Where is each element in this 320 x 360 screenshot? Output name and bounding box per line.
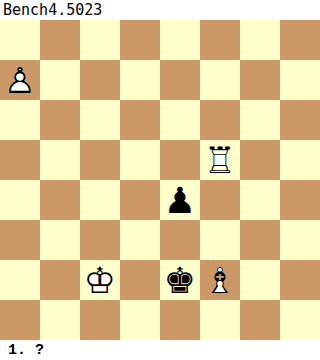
square-b5[interactable]	[40, 140, 80, 180]
square-d2[interactable]	[120, 260, 160, 300]
square-g8[interactable]	[240, 20, 280, 60]
square-b1[interactable]	[40, 300, 80, 340]
square-d7[interactable]	[120, 60, 160, 100]
square-b3[interactable]	[40, 220, 80, 260]
white-bishop-icon: ♗	[200, 260, 240, 300]
square-b2[interactable]	[40, 260, 80, 300]
white-king-icon: ♔	[80, 260, 120, 300]
square-e1[interactable]	[160, 300, 200, 340]
square-g3[interactable]	[240, 220, 280, 260]
square-h7[interactable]	[280, 60, 320, 100]
square-h8[interactable]	[280, 20, 320, 60]
square-c8[interactable]	[80, 20, 120, 60]
square-c6[interactable]	[80, 100, 120, 140]
chess-app-window: Bench4.5023 ♟♙♜♖♟♚♔♚♝♗ 1. ?	[0, 0, 320, 360]
square-c5[interactable]	[80, 140, 120, 180]
square-g4[interactable]	[240, 180, 280, 220]
square-f4[interactable]	[200, 180, 240, 220]
square-d4[interactable]	[120, 180, 160, 220]
square-f6[interactable]	[200, 100, 240, 140]
square-f1[interactable]	[200, 300, 240, 340]
square-f7[interactable]	[200, 60, 240, 100]
square-a7[interactable]: ♟♙	[0, 60, 40, 100]
square-h2[interactable]	[280, 260, 320, 300]
square-a3[interactable]	[0, 220, 40, 260]
square-a5[interactable]	[0, 140, 40, 180]
square-c3[interactable]	[80, 220, 120, 260]
square-d6[interactable]	[120, 100, 160, 140]
square-a1[interactable]	[0, 300, 40, 340]
white-king-icon-fill: ♚	[80, 260, 120, 300]
white-bishop-icon-fill: ♝	[200, 260, 240, 300]
status-bar: 1. ?	[0, 340, 320, 360]
square-g2[interactable]	[240, 260, 280, 300]
square-c7[interactable]	[80, 60, 120, 100]
square-e4[interactable]: ♟	[160, 180, 200, 220]
square-e6[interactable]	[160, 100, 200, 140]
square-e8[interactable]	[160, 20, 200, 60]
square-f2[interactable]: ♝♗	[200, 260, 240, 300]
square-a8[interactable]	[0, 20, 40, 60]
square-h1[interactable]	[280, 300, 320, 340]
position-title: Bench4.5023	[0, 1, 102, 19]
square-b4[interactable]	[40, 180, 80, 220]
square-c1[interactable]	[80, 300, 120, 340]
title-bar: Bench4.5023	[0, 0, 320, 20]
square-d3[interactable]	[120, 220, 160, 260]
square-c4[interactable]	[80, 180, 120, 220]
square-c2[interactable]: ♚♔	[80, 260, 120, 300]
move-prompt: 1. ?	[0, 342, 44, 359]
square-f8[interactable]	[200, 20, 240, 60]
square-e3[interactable]	[160, 220, 200, 260]
square-e2[interactable]: ♚	[160, 260, 200, 300]
square-g7[interactable]	[240, 60, 280, 100]
black-king-icon: ♚	[160, 260, 200, 300]
square-b6[interactable]	[40, 100, 80, 140]
square-d5[interactable]	[120, 140, 160, 180]
black-pawn-icon: ♟	[160, 180, 200, 220]
square-a6[interactable]	[0, 100, 40, 140]
square-h6[interactable]	[280, 100, 320, 140]
white-pawn-icon-fill: ♟	[0, 60, 40, 100]
square-d1[interactable]	[120, 300, 160, 340]
square-b7[interactable]	[40, 60, 80, 100]
white-pawn-icon: ♙	[0, 60, 40, 100]
white-rook-icon: ♖	[200, 140, 240, 180]
square-h5[interactable]	[280, 140, 320, 180]
square-h4[interactable]	[280, 180, 320, 220]
square-b8[interactable]	[40, 20, 80, 60]
square-g1[interactable]	[240, 300, 280, 340]
square-a2[interactable]	[0, 260, 40, 300]
square-e5[interactable]	[160, 140, 200, 180]
square-g5[interactable]	[240, 140, 280, 180]
square-f3[interactable]	[200, 220, 240, 260]
chess-board[interactable]: ♟♙♜♖♟♚♔♚♝♗	[0, 20, 320, 340]
square-d8[interactable]	[120, 20, 160, 60]
square-e7[interactable]	[160, 60, 200, 100]
square-h3[interactable]	[280, 220, 320, 260]
square-g6[interactable]	[240, 100, 280, 140]
square-a4[interactable]	[0, 180, 40, 220]
square-f5[interactable]: ♜♖	[200, 140, 240, 180]
white-rook-icon-fill: ♜	[200, 140, 240, 180]
